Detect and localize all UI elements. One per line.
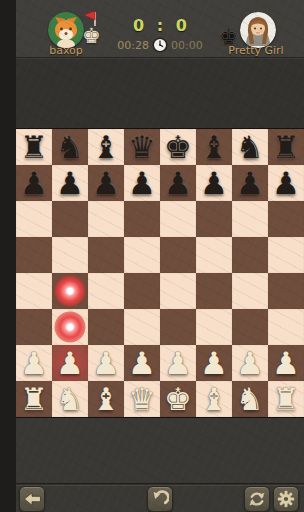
girl-avatar-image — [240, 12, 276, 48]
piece-black-bishop[interactable]: ♝ — [196, 129, 232, 165]
piece-white-pawn[interactable]: ♟ — [232, 345, 268, 381]
move-hint-dot[interactable] — [54, 275, 86, 307]
square-e3[interactable] — [160, 309, 196, 345]
piece-black-rook[interactable]: ♜ — [16, 129, 52, 165]
square-b3[interactable] — [52, 309, 88, 345]
piece-white-rook[interactable]: ♜ — [268, 381, 304, 417]
piece-black-pawn[interactable]: ♟ — [124, 165, 160, 201]
square-c1[interactable]: ♝ — [88, 381, 124, 417]
square-b6[interactable] — [52, 201, 88, 237]
chess-board[interactable]: ♜♞♝♛♚♝♞♜♟♟♟♟♟♟♟♟♟♟♟♟♟♟♟♟♜♞♝♛♚♝♞♜ — [16, 129, 304, 417]
piece-black-queen[interactable]: ♛ — [124, 129, 160, 165]
square-d6[interactable] — [124, 201, 160, 237]
chess-app: ♚ baxop 0 : 0 00:28 00:00 ♚ Pretty Gir — [16, 0, 304, 512]
square-d2[interactable]: ♟ — [124, 345, 160, 381]
square-h2[interactable]: ♟ — [268, 345, 304, 381]
square-b5[interactable] — [52, 237, 88, 273]
rotate-icon — [248, 490, 266, 508]
square-b4[interactable] — [52, 273, 88, 309]
piece-black-knight[interactable]: ♞ — [52, 129, 88, 165]
square-d7[interactable]: ♟ — [124, 165, 160, 201]
square-a6[interactable] — [16, 201, 52, 237]
square-h8[interactable]: ♜ — [268, 129, 304, 165]
square-a7[interactable]: ♟ — [16, 165, 52, 201]
flip-board-button[interactable] — [244, 486, 270, 512]
square-d8[interactable]: ♛ — [124, 129, 160, 165]
player-name-right: Pretty Girl — [212, 44, 300, 57]
square-g1[interactable]: ♞ — [232, 381, 268, 417]
settings-button[interactable] — [273, 486, 299, 512]
square-a5[interactable] — [16, 237, 52, 273]
square-f3[interactable] — [196, 309, 232, 345]
left-arrow-icon — [22, 491, 42, 507]
piece-black-pawn[interactable]: ♟ — [232, 165, 268, 201]
square-g4[interactable] — [232, 273, 268, 309]
square-f6[interactable] — [196, 201, 232, 237]
piece-black-pawn[interactable]: ♟ — [52, 165, 88, 201]
piece-white-bishop[interactable]: ♝ — [196, 381, 232, 417]
square-h5[interactable] — [268, 237, 304, 273]
fox-avatar-image — [48, 12, 84, 48]
square-g3[interactable] — [232, 309, 268, 345]
avatar-baxop — [48, 12, 84, 48]
undo-arrow-icon — [151, 490, 169, 508]
piece-black-pawn[interactable]: ♟ — [160, 165, 196, 201]
square-c6[interactable] — [88, 201, 124, 237]
timer-white: 00:28 — [117, 39, 149, 52]
square-b2[interactable]: ♟ — [52, 345, 88, 381]
player-name-left: baxop — [24, 44, 108, 57]
piece-black-king[interactable]: ♚ — [160, 129, 196, 165]
piece-black-pawn[interactable]: ♟ — [268, 165, 304, 201]
gear-icon — [277, 490, 295, 508]
square-e1[interactable]: ♚ — [160, 381, 196, 417]
square-f4[interactable] — [196, 273, 232, 309]
score: 0 : 0 — [110, 16, 210, 35]
header-divider — [16, 57, 304, 59]
timers-row: 00:28 00:00 — [100, 37, 220, 53]
square-e4[interactable] — [160, 273, 196, 309]
square-d3[interactable] — [124, 309, 160, 345]
square-g7[interactable]: ♟ — [232, 165, 268, 201]
square-c8[interactable]: ♝ — [88, 129, 124, 165]
piece-white-pawn[interactable]: ♟ — [88, 345, 124, 381]
square-b1[interactable]: ♞ — [52, 381, 88, 417]
piece-black-pawn[interactable]: ♟ — [16, 165, 52, 201]
square-a8[interactable]: ♜ — [16, 129, 52, 165]
piece-white-pawn[interactable]: ♟ — [124, 345, 160, 381]
square-c5[interactable] — [88, 237, 124, 273]
piece-white-knight[interactable]: ♞ — [232, 381, 268, 417]
piece-white-pawn[interactable]: ♟ — [268, 345, 304, 381]
piece-white-pawn[interactable]: ♟ — [196, 345, 232, 381]
piece-white-knight[interactable]: ♞ — [52, 381, 88, 417]
piece-white-rook[interactable]: ♜ — [16, 381, 52, 417]
square-a2[interactable]: ♟ — [16, 345, 52, 381]
piece-black-knight[interactable]: ♞ — [232, 129, 268, 165]
square-f1[interactable]: ♝ — [196, 381, 232, 417]
clock-icon — [152, 37, 168, 53]
square-g6[interactable] — [232, 201, 268, 237]
piece-black-rook[interactable]: ♜ — [268, 129, 304, 165]
square-a4[interactable] — [16, 273, 52, 309]
square-b7[interactable]: ♟ — [52, 165, 88, 201]
square-f5[interactable] — [196, 237, 232, 273]
piece-white-pawn[interactable]: ♟ — [16, 345, 52, 381]
square-h3[interactable] — [268, 309, 304, 345]
square-c2[interactable]: ♟ — [88, 345, 124, 381]
square-g2[interactable]: ♟ — [232, 345, 268, 381]
move-hint-dot[interactable] — [54, 311, 86, 343]
square-d1[interactable]: ♛ — [124, 381, 160, 417]
piece-white-pawn[interactable]: ♟ — [160, 345, 196, 381]
square-g8[interactable]: ♞ — [232, 129, 268, 165]
square-h4[interactable] — [268, 273, 304, 309]
timer-black: 00:00 — [171, 39, 203, 52]
piece-white-queen[interactable]: ♛ — [124, 381, 160, 417]
square-a1[interactable]: ♜ — [16, 381, 52, 417]
square-e5[interactable] — [160, 237, 196, 273]
square-c7[interactable]: ♟ — [88, 165, 124, 201]
piece-white-pawn[interactable]: ♟ — [52, 345, 88, 381]
square-e7[interactable]: ♟ — [160, 165, 196, 201]
square-d5[interactable] — [124, 237, 160, 273]
upper-margin-background — [16, 59, 304, 129]
square-d4[interactable] — [124, 273, 160, 309]
square-e6[interactable] — [160, 201, 196, 237]
square-e8[interactable]: ♚ — [160, 129, 196, 165]
piece-white-bishop[interactable]: ♝ — [88, 381, 124, 417]
square-c3[interactable] — [88, 309, 124, 345]
piece-black-pawn[interactable]: ♟ — [196, 165, 232, 201]
square-f2[interactable]: ♟ — [196, 345, 232, 381]
square-h7[interactable]: ♟ — [268, 165, 304, 201]
piece-white-king[interactable]: ♚ — [160, 381, 196, 417]
piece-black-bishop[interactable]: ♝ — [88, 129, 124, 165]
square-h1[interactable]: ♜ — [268, 381, 304, 417]
square-e2[interactable]: ♟ — [160, 345, 196, 381]
square-c4[interactable] — [88, 273, 124, 309]
back-button[interactable] — [19, 486, 45, 512]
undo-button[interactable] — [147, 486, 173, 512]
piece-black-pawn[interactable]: ♟ — [88, 165, 124, 201]
square-h6[interactable] — [268, 201, 304, 237]
square-a3[interactable] — [16, 309, 52, 345]
avatar-pretty-girl — [240, 12, 276, 48]
square-f8[interactable]: ♝ — [196, 129, 232, 165]
square-b8[interactable]: ♞ — [52, 129, 88, 165]
square-g5[interactable] — [232, 237, 268, 273]
square-f7[interactable]: ♟ — [196, 165, 232, 201]
